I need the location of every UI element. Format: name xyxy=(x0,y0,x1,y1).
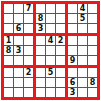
given-digit: 1 xyxy=(6,36,12,45)
cell-r8c8[interactable] xyxy=(78,78,88,88)
cell-r7c9[interactable] xyxy=(88,68,97,78)
given-digit: 8 xyxy=(38,14,44,23)
given-digit: 6 xyxy=(70,78,76,87)
cell-r7c1[interactable] xyxy=(4,68,14,78)
cell-r5c7[interactable] xyxy=(68,46,78,56)
cell-r6c4[interactable] xyxy=(36,56,46,68)
cell-r4c8[interactable] xyxy=(78,36,88,46)
cell-r9c9[interactable] xyxy=(88,88,97,97)
cell-r2c6[interactable] xyxy=(56,14,68,24)
cell-r8c5[interactable] xyxy=(46,78,56,88)
cell-r2c4[interactable]: 8 xyxy=(36,14,46,24)
cell-r6c5[interactable] xyxy=(46,56,56,68)
given-digit: 5 xyxy=(80,14,86,23)
given-digit: 9 xyxy=(70,56,76,65)
cell-r1c4[interactable] xyxy=(36,4,46,14)
cell-r3c2[interactable]: 6 xyxy=(14,24,24,36)
cell-r2c1[interactable] xyxy=(4,14,14,24)
cell-r5c6[interactable] xyxy=(56,46,68,56)
cell-r3c7[interactable] xyxy=(68,24,78,36)
cell-r5c9[interactable] xyxy=(88,46,97,56)
cell-r6c9[interactable] xyxy=(88,56,97,68)
cell-r4c3[interactable] xyxy=(24,36,36,46)
cell-r4c6[interactable]: 2 xyxy=(56,36,68,46)
given-digit: 6 xyxy=(16,24,22,33)
cell-r9c1[interactable] xyxy=(4,88,14,97)
cell-r2c3[interactable] xyxy=(24,14,36,24)
cell-r8c2[interactable] xyxy=(14,78,24,88)
given-digit: 8 xyxy=(6,46,12,55)
cell-r6c2[interactable] xyxy=(14,56,24,68)
cell-r8c9[interactable]: 8 xyxy=(88,78,97,88)
cell-r8c4[interactable] xyxy=(36,78,46,88)
cell-r6c1[interactable] xyxy=(4,56,14,68)
cell-r6c6[interactable] xyxy=(56,56,68,68)
cell-r4c9[interactable] xyxy=(88,36,97,46)
cell-r4c7[interactable] xyxy=(68,36,78,46)
cell-r2c8[interactable]: 5 xyxy=(78,14,88,24)
sudoku-board: 74856314283925683 xyxy=(1,1,100,100)
cell-r6c7[interactable]: 9 xyxy=(68,56,78,68)
given-digit: 5 xyxy=(48,68,54,77)
cell-r8c1[interactable] xyxy=(4,78,14,88)
cell-r7c8[interactable] xyxy=(78,68,88,78)
cell-r4c2[interactable] xyxy=(14,36,24,46)
cell-r5c3[interactable] xyxy=(24,46,36,56)
cell-r9c4[interactable] xyxy=(36,88,46,97)
cell-r2c7[interactable] xyxy=(68,14,78,24)
cell-r7c2[interactable] xyxy=(14,68,24,78)
cell-r2c9[interactable] xyxy=(88,14,97,24)
cell-r9c6[interactable] xyxy=(56,88,68,97)
cell-r8c6[interactable] xyxy=(56,78,68,88)
cell-r2c2[interactable] xyxy=(14,14,24,24)
given-digit: 2 xyxy=(26,68,32,77)
cell-r7c4[interactable] xyxy=(36,68,46,78)
cell-r5c2[interactable]: 3 xyxy=(14,46,24,56)
cell-r9c7[interactable]: 3 xyxy=(68,88,78,97)
cell-r7c6[interactable] xyxy=(56,68,68,78)
cell-r1c8[interactable]: 4 xyxy=(78,4,88,14)
given-digit: 3 xyxy=(16,46,22,55)
cell-r1c9[interactable] xyxy=(88,4,97,14)
cell-r7c3[interactable]: 2 xyxy=(24,68,36,78)
cell-r1c7[interactable] xyxy=(68,4,78,14)
cell-r4c4[interactable] xyxy=(36,36,46,46)
cell-r3c4[interactable]: 3 xyxy=(36,24,46,36)
cell-r9c3[interactable] xyxy=(24,88,36,97)
cell-r7c5[interactable]: 5 xyxy=(46,68,56,78)
cell-r1c1[interactable] xyxy=(4,4,14,14)
cell-r3c9[interactable] xyxy=(88,24,97,36)
cell-r5c5[interactable] xyxy=(46,46,56,56)
cell-r8c7[interactable]: 6 xyxy=(68,78,78,88)
cell-r8c3[interactable] xyxy=(24,78,36,88)
given-digit: 3 xyxy=(70,88,76,97)
cell-r3c6[interactable] xyxy=(56,24,68,36)
cell-r6c8[interactable] xyxy=(78,56,88,68)
cell-r4c1[interactable]: 1 xyxy=(4,36,14,46)
cell-r1c6[interactable] xyxy=(56,4,68,14)
cell-r1c2[interactable] xyxy=(14,4,24,14)
cell-r5c4[interactable] xyxy=(36,46,46,56)
cell-r5c1[interactable]: 8 xyxy=(4,46,14,56)
cell-r3c8[interactable] xyxy=(78,24,88,36)
cell-r9c2[interactable] xyxy=(14,88,24,97)
cell-r5c8[interactable] xyxy=(78,46,88,56)
cell-r1c5[interactable] xyxy=(46,4,56,14)
given-digit: 2 xyxy=(58,36,64,45)
cell-r3c5[interactable] xyxy=(46,24,56,36)
cell-r3c3[interactable] xyxy=(24,24,36,36)
cell-r4c5[interactable]: 4 xyxy=(46,36,56,46)
cell-r1c3[interactable]: 7 xyxy=(24,4,36,14)
cell-r3c1[interactable] xyxy=(4,24,14,36)
given-digit: 8 xyxy=(90,78,96,87)
cell-r6c3[interactable] xyxy=(24,56,36,68)
cell-r7c7[interactable] xyxy=(68,68,78,78)
given-digit: 3 xyxy=(38,24,44,33)
given-digit: 4 xyxy=(48,36,54,45)
cell-r9c5[interactable] xyxy=(46,88,56,97)
given-digit: 4 xyxy=(80,4,86,13)
cell-r2c5[interactable] xyxy=(46,14,56,24)
given-digit: 7 xyxy=(26,4,32,13)
cell-r9c8[interactable] xyxy=(78,88,88,97)
